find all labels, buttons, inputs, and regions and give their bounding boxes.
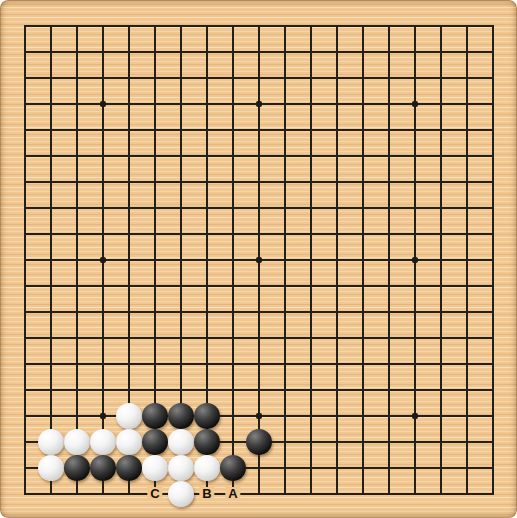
board-intersection[interactable] [324, 221, 350, 247]
board-intersection[interactable] [428, 39, 454, 65]
board-intersection[interactable] [402, 221, 428, 247]
board-intersection[interactable] [480, 403, 506, 429]
board-intersection[interactable] [116, 299, 142, 325]
board-intersection[interactable] [168, 247, 194, 273]
board-intersection[interactable] [64, 117, 90, 143]
board-intersection[interactable] [90, 117, 116, 143]
board-intersection[interactable] [90, 351, 116, 377]
board-intersection[interactable] [298, 169, 324, 195]
board-intersection[interactable] [298, 325, 324, 351]
board-intersection[interactable] [324, 195, 350, 221]
board-intersection[interactable] [324, 481, 350, 507]
board-intersection[interactable] [428, 325, 454, 351]
board-intersection[interactable] [350, 117, 376, 143]
board-intersection[interactable] [64, 143, 90, 169]
board-intersection[interactable] [402, 481, 428, 507]
board-intersection[interactable] [168, 195, 194, 221]
board-intersection[interactable] [64, 351, 90, 377]
board-intersection[interactable] [142, 377, 168, 403]
board-intersection[interactable] [168, 351, 194, 377]
board-intersection[interactable] [116, 429, 142, 455]
board-intersection[interactable] [350, 273, 376, 299]
board-intersection[interactable] [428, 481, 454, 507]
board-intersection[interactable] [194, 299, 220, 325]
board-intersection[interactable] [194, 91, 220, 117]
board-intersection[interactable] [194, 273, 220, 299]
board-intersection[interactable] [350, 403, 376, 429]
board-intersection[interactable] [194, 403, 220, 429]
board-intersection[interactable] [64, 195, 90, 221]
board-intersection[interactable] [194, 247, 220, 273]
board-intersection[interactable] [324, 65, 350, 91]
board-intersection[interactable] [38, 195, 64, 221]
board-intersection[interactable] [168, 221, 194, 247]
board-intersection[interactable] [376, 429, 402, 455]
board-intersection[interactable] [220, 299, 246, 325]
board-intersection[interactable] [168, 65, 194, 91]
board-intersection[interactable] [12, 377, 38, 403]
board-intersection[interactable] [168, 39, 194, 65]
board-intersection[interactable] [298, 65, 324, 91]
board-intersection[interactable] [194, 195, 220, 221]
board-intersection[interactable] [116, 143, 142, 169]
board-intersection[interactable] [454, 247, 480, 273]
board-intersection[interactable] [142, 403, 168, 429]
board-intersection[interactable] [12, 39, 38, 65]
board-intersection[interactable] [454, 169, 480, 195]
board-intersection[interactable] [38, 351, 64, 377]
board-intersection[interactable] [350, 481, 376, 507]
board-intersection[interactable] [376, 221, 402, 247]
board-intersection[interactable] [454, 351, 480, 377]
board-intersection[interactable] [454, 377, 480, 403]
board-intersection[interactable] [220, 325, 246, 351]
board-intersection[interactable] [64, 377, 90, 403]
board-intersection[interactable] [64, 455, 90, 481]
board-intersection[interactable] [324, 143, 350, 169]
board-intersection[interactable] [116, 13, 142, 39]
board-intersection[interactable] [324, 247, 350, 273]
board-intersection[interactable] [12, 481, 38, 507]
board-intersection[interactable] [376, 39, 402, 65]
board-intersection[interactable] [116, 377, 142, 403]
board-intersection[interactable] [428, 117, 454, 143]
board-intersection[interactable] [142, 273, 168, 299]
board-intersection[interactable] [272, 143, 298, 169]
board-intersection[interactable] [428, 65, 454, 91]
board-intersection[interactable] [324, 455, 350, 481]
board-intersection[interactable] [38, 325, 64, 351]
board-intersection[interactable] [272, 247, 298, 273]
board-intersection[interactable] [12, 273, 38, 299]
board-intersection[interactable] [194, 455, 220, 481]
board-intersection[interactable] [428, 247, 454, 273]
board-intersection[interactable] [376, 403, 402, 429]
board-intersection[interactable] [376, 351, 402, 377]
board-intersection[interactable] [428, 273, 454, 299]
board-intersection[interactable] [298, 39, 324, 65]
board-intersection[interactable] [402, 273, 428, 299]
board-intersection[interactable] [454, 39, 480, 65]
board-intersection[interactable] [480, 91, 506, 117]
board-intersection[interactable] [298, 247, 324, 273]
board-intersection[interactable] [454, 299, 480, 325]
board-intersection[interactable] [142, 13, 168, 39]
board-intersection[interactable] [168, 143, 194, 169]
board-intersection[interactable] [64, 13, 90, 39]
board-intersection[interactable] [64, 481, 90, 507]
board-intersection[interactable] [12, 299, 38, 325]
board-intersection[interactable] [38, 429, 64, 455]
board-intersection[interactable] [376, 377, 402, 403]
board-intersection[interactable] [298, 351, 324, 377]
board-intersection[interactable] [142, 169, 168, 195]
board-intersection[interactable] [350, 143, 376, 169]
board-intersection[interactable] [376, 481, 402, 507]
board-intersection[interactable] [90, 299, 116, 325]
board-intersection[interactable] [38, 91, 64, 117]
board-intersection[interactable] [64, 39, 90, 65]
board-intersection[interactable] [454, 403, 480, 429]
board-intersection[interactable] [142, 247, 168, 273]
board-intersection[interactable] [246, 91, 272, 117]
board-intersection[interactable] [168, 13, 194, 39]
board-intersection[interactable] [12, 65, 38, 91]
board-intersection[interactable] [272, 117, 298, 143]
board-intersection[interactable] [142, 39, 168, 65]
board-intersection[interactable] [298, 481, 324, 507]
board-intersection[interactable] [246, 143, 272, 169]
board-intersection[interactable] [142, 351, 168, 377]
board-intersection[interactable] [246, 377, 272, 403]
board-intersection[interactable] [116, 351, 142, 377]
board-intersection[interactable] [12, 117, 38, 143]
board-intersection[interactable] [220, 429, 246, 455]
board-intersection[interactable] [272, 169, 298, 195]
board-intersection[interactable] [350, 325, 376, 351]
board-intersection[interactable] [38, 221, 64, 247]
board-intersection[interactable] [90, 143, 116, 169]
board-intersection[interactable] [12, 195, 38, 221]
board-intersection[interactable] [12, 13, 38, 39]
board-intersection[interactable] [298, 455, 324, 481]
board-intersection[interactable] [402, 351, 428, 377]
board-intersection[interactable] [64, 403, 90, 429]
board-intersection[interactable]: B [194, 481, 220, 507]
board-intersection[interactable] [220, 247, 246, 273]
board-intersection[interactable] [402, 143, 428, 169]
board-intersection[interactable] [116, 273, 142, 299]
board-intersection[interactable] [12, 143, 38, 169]
board-intersection[interactable] [90, 195, 116, 221]
board-intersection[interactable] [116, 65, 142, 91]
board-intersection[interactable] [38, 481, 64, 507]
board-intersection[interactable] [142, 117, 168, 143]
board-intersection[interactable] [454, 65, 480, 91]
board-intersection[interactable] [116, 91, 142, 117]
board-intersection[interactable] [480, 299, 506, 325]
board-intersection[interactable] [194, 169, 220, 195]
board-intersection[interactable] [246, 195, 272, 221]
board-intersection[interactable] [454, 325, 480, 351]
board-intersection[interactable] [116, 195, 142, 221]
board-intersection[interactable] [402, 247, 428, 273]
board-intersection[interactable] [246, 351, 272, 377]
board-intersection[interactable] [64, 429, 90, 455]
board-intersection[interactable] [454, 481, 480, 507]
board-intersection[interactable] [246, 403, 272, 429]
board-intersection[interactable] [90, 481, 116, 507]
board-intersection[interactable] [168, 91, 194, 117]
board-intersection[interactable] [272, 273, 298, 299]
board-intersection[interactable] [64, 65, 90, 91]
board-intersection[interactable] [220, 13, 246, 39]
board-intersection[interactable] [220, 39, 246, 65]
board-intersection[interactable] [376, 117, 402, 143]
board-intersection[interactable] [428, 429, 454, 455]
board-intersection[interactable] [350, 221, 376, 247]
board-intersection[interactable] [402, 169, 428, 195]
board-intersection[interactable] [298, 299, 324, 325]
board-intersection[interactable] [350, 13, 376, 39]
board-intersection[interactable] [480, 429, 506, 455]
board-intersection[interactable] [168, 169, 194, 195]
board-intersection[interactable] [272, 221, 298, 247]
board-intersection[interactable] [298, 117, 324, 143]
board-intersection[interactable] [402, 455, 428, 481]
board-intersection[interactable] [142, 455, 168, 481]
board-intersection[interactable] [246, 325, 272, 351]
board-intersection[interactable] [12, 91, 38, 117]
board-intersection[interactable] [220, 169, 246, 195]
board-intersection[interactable] [12, 455, 38, 481]
board-intersection[interactable] [142, 91, 168, 117]
board-intersection[interactable] [454, 143, 480, 169]
board-intersection[interactable] [324, 351, 350, 377]
board-intersection[interactable] [246, 429, 272, 455]
board-intersection[interactable] [350, 65, 376, 91]
board-intersection[interactable] [376, 325, 402, 351]
board-intersection[interactable] [402, 39, 428, 65]
board-intersection[interactable] [376, 299, 402, 325]
board-intersection[interactable] [402, 429, 428, 455]
board-intersection[interactable] [246, 39, 272, 65]
board-intersection[interactable] [350, 299, 376, 325]
board-intersection[interactable] [12, 169, 38, 195]
board-intersection[interactable] [64, 325, 90, 351]
board-intersection[interactable] [38, 299, 64, 325]
board-intersection[interactable] [90, 455, 116, 481]
board-intersection[interactable] [324, 325, 350, 351]
board-intersection[interactable] [116, 455, 142, 481]
board-intersection[interactable] [376, 195, 402, 221]
board-intersection[interactable] [376, 455, 402, 481]
board-intersection[interactable] [272, 481, 298, 507]
board-intersection[interactable] [142, 325, 168, 351]
board-intersection[interactable] [272, 195, 298, 221]
board-intersection[interactable] [12, 403, 38, 429]
board-intersection[interactable] [194, 13, 220, 39]
board-intersection[interactable] [168, 377, 194, 403]
board-intersection[interactable] [350, 169, 376, 195]
board-intersection[interactable] [90, 429, 116, 455]
board-intersection[interactable] [64, 273, 90, 299]
board-intersection[interactable] [480, 273, 506, 299]
board-intersection[interactable] [12, 247, 38, 273]
board-intersection[interactable] [90, 221, 116, 247]
board-intersection[interactable] [298, 429, 324, 455]
board-intersection[interactable] [402, 377, 428, 403]
board-intersection[interactable] [428, 13, 454, 39]
board-intersection[interactable] [350, 377, 376, 403]
board-intersection[interactable] [90, 169, 116, 195]
board-intersection[interactable] [272, 39, 298, 65]
board-intersection[interactable] [480, 39, 506, 65]
board-intersection[interactable] [168, 481, 194, 507]
board-intersection[interactable] [376, 247, 402, 273]
board-intersection[interactable] [116, 169, 142, 195]
board-intersection[interactable] [480, 65, 506, 91]
board-intersection[interactable] [116, 481, 142, 507]
board-intersection[interactable] [402, 195, 428, 221]
board-intersection[interactable] [194, 351, 220, 377]
board-intersection[interactable] [272, 429, 298, 455]
board-intersection[interactable] [38, 143, 64, 169]
board-intersection[interactable] [402, 13, 428, 39]
board-intersection[interactable] [116, 117, 142, 143]
board-intersection[interactable] [194, 377, 220, 403]
board-intersection[interactable] [142, 195, 168, 221]
board-intersection[interactable] [64, 91, 90, 117]
board-intersection[interactable] [428, 299, 454, 325]
board-intersection[interactable] [272, 325, 298, 351]
board-intersection[interactable] [298, 221, 324, 247]
board-intersection[interactable] [428, 169, 454, 195]
board-intersection[interactable] [38, 273, 64, 299]
board-intersection[interactable] [194, 325, 220, 351]
board-intersection[interactable] [220, 273, 246, 299]
board-intersection[interactable] [90, 273, 116, 299]
board-intersection[interactable] [480, 247, 506, 273]
board-intersection[interactable] [454, 429, 480, 455]
board-intersection[interactable] [272, 377, 298, 403]
board-intersection[interactable] [454, 273, 480, 299]
board-intersection[interactable] [454, 195, 480, 221]
board-intersection[interactable] [402, 403, 428, 429]
board-intersection[interactable] [350, 195, 376, 221]
board-intersection[interactable] [350, 455, 376, 481]
board-intersection[interactable] [350, 247, 376, 273]
board-intersection[interactable] [220, 117, 246, 143]
board-intersection[interactable] [168, 455, 194, 481]
board-intersection[interactable] [272, 455, 298, 481]
board-intersection[interactable] [142, 299, 168, 325]
board-intersection[interactable] [376, 13, 402, 39]
board-intersection[interactable] [90, 65, 116, 91]
board-intersection[interactable] [454, 117, 480, 143]
board-intersection[interactable] [12, 429, 38, 455]
board-intersection[interactable] [116, 221, 142, 247]
board-intersection[interactable] [376, 65, 402, 91]
board-intersection[interactable] [480, 195, 506, 221]
board-intersection[interactable] [324, 39, 350, 65]
board-intersection[interactable] [142, 65, 168, 91]
board-intersection[interactable] [298, 13, 324, 39]
board-intersection[interactable] [220, 377, 246, 403]
board-intersection[interactable] [116, 325, 142, 351]
board-intersection[interactable] [324, 169, 350, 195]
board-intersection[interactable] [220, 143, 246, 169]
board-intersection[interactable] [168, 299, 194, 325]
board-intersection[interactable] [454, 13, 480, 39]
board-intersection[interactable] [454, 221, 480, 247]
board-intersection[interactable] [246, 299, 272, 325]
board-intersection[interactable] [480, 13, 506, 39]
board-intersection[interactable] [38, 247, 64, 273]
board-intersection[interactable] [38, 169, 64, 195]
board-intersection[interactable] [220, 455, 246, 481]
board-intersection[interactable] [90, 377, 116, 403]
board-intersection[interactable] [168, 403, 194, 429]
board-intersection[interactable] [428, 195, 454, 221]
board-intersection[interactable] [220, 403, 246, 429]
board-intersection[interactable] [38, 117, 64, 143]
board-intersection[interactable]: C [142, 481, 168, 507]
board-intersection[interactable] [480, 377, 506, 403]
board-intersection[interactable] [220, 195, 246, 221]
board-intersection[interactable] [246, 273, 272, 299]
board-intersection[interactable] [428, 143, 454, 169]
board-intersection[interactable] [376, 169, 402, 195]
board-intersection[interactable] [324, 117, 350, 143]
board-intersection[interactable] [38, 403, 64, 429]
board-intersection[interactable] [90, 247, 116, 273]
board-intersection[interactable] [428, 403, 454, 429]
board-intersection[interactable] [402, 299, 428, 325]
board-intersection[interactable] [90, 91, 116, 117]
board-intersection[interactable] [246, 169, 272, 195]
board-intersection[interactable] [64, 247, 90, 273]
board-intersection[interactable] [64, 299, 90, 325]
board-intersection[interactable] [38, 65, 64, 91]
board-intersection[interactable] [90, 403, 116, 429]
board-intersection[interactable] [480, 325, 506, 351]
board-intersection[interactable] [142, 221, 168, 247]
board-intersection[interactable] [116, 247, 142, 273]
board-intersection[interactable] [194, 429, 220, 455]
board-intersection[interactable] [324, 299, 350, 325]
board-intersection[interactable] [38, 39, 64, 65]
board-intersection[interactable] [168, 429, 194, 455]
board-intersection[interactable] [298, 377, 324, 403]
board-intersection[interactable] [90, 13, 116, 39]
board-intersection[interactable] [324, 403, 350, 429]
board-intersection[interactable] [168, 117, 194, 143]
board-intersection[interactable] [402, 65, 428, 91]
board-intersection[interactable] [90, 39, 116, 65]
board-intersection[interactable] [428, 351, 454, 377]
board-intersection[interactable] [480, 221, 506, 247]
board-intersection[interactable] [298, 403, 324, 429]
board-intersection[interactable] [64, 221, 90, 247]
board-intersection[interactable] [428, 377, 454, 403]
board-intersection[interactable] [246, 455, 272, 481]
board-intersection[interactable] [428, 455, 454, 481]
board-intersection[interactable]: A [220, 481, 246, 507]
board-intersection[interactable] [116, 403, 142, 429]
board-intersection[interactable] [38, 13, 64, 39]
board-intersection[interactable] [38, 455, 64, 481]
